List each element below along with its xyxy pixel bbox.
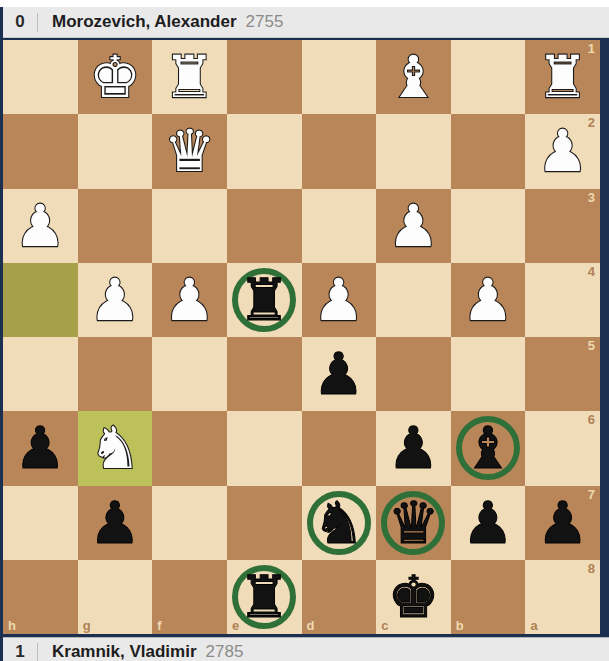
square-f8[interactable]: f <box>152 560 227 634</box>
black-pawn[interactable]: ♟ <box>313 345 365 403</box>
player-bottom-score: 1 <box>3 642 37 661</box>
square-a2[interactable]: ♟2 <box>525 114 600 188</box>
square-f5[interactable] <box>152 337 227 411</box>
square-f3[interactable] <box>152 189 227 263</box>
square-e4[interactable]: ♜ <box>227 263 302 337</box>
square-g7[interactable]: ♟ <box>78 486 153 560</box>
bar-separator <box>37 13 38 32</box>
square-e7[interactable] <box>227 486 302 560</box>
square-e5[interactable] <box>227 337 302 411</box>
white-knight[interactable]: ♞ <box>89 419 141 477</box>
square-h6[interactable]: ♟ <box>3 411 78 485</box>
black-king[interactable]: ♚ <box>387 568 439 626</box>
square-b1[interactable] <box>451 40 526 114</box>
square-h8[interactable]: h <box>3 560 78 634</box>
square-h3[interactable]: ♟ <box>3 189 78 263</box>
white-pawn[interactable]: ♟ <box>313 271 365 329</box>
square-c7[interactable]: ♛ <box>376 486 451 560</box>
white-pawn[interactable]: ♟ <box>537 122 589 180</box>
square-b7[interactable]: ♟ <box>451 486 526 560</box>
square-d2[interactable] <box>302 114 377 188</box>
square-b2[interactable] <box>451 114 526 188</box>
black-rook[interactable]: ♜ <box>238 271 290 329</box>
square-f4[interactable]: ♟ <box>152 263 227 337</box>
file-label-b: b <box>456 618 464 633</box>
square-b8[interactable]: b <box>451 560 526 634</box>
square-e2[interactable] <box>227 114 302 188</box>
square-d7[interactable]: ♞ <box>302 486 377 560</box>
rank-label-3: 3 <box>588 190 595 205</box>
square-h1[interactable] <box>3 40 78 114</box>
square-c2[interactable] <box>376 114 451 188</box>
square-a3[interactable]: 3 <box>525 189 600 263</box>
rank-label-6: 6 <box>588 412 595 427</box>
player-bar-bottom[interactable]: 1 Kramnik, Vladimir 2785 <box>3 637 609 661</box>
square-c3[interactable]: ♟ <box>376 189 451 263</box>
player-top-name: Morozevich, Alexander <box>52 12 237 32</box>
square-d8[interactable]: d <box>302 560 377 634</box>
player-top-rating: 2755 <box>246 12 284 32</box>
rank-label-2: 2 <box>588 115 595 130</box>
square-f1[interactable]: ♜ <box>152 40 227 114</box>
player-bar-top[interactable]: 0 Morozevich, Alexander 2755 <box>3 7 609 38</box>
square-h7[interactable] <box>3 486 78 560</box>
chess-board: ♚♜♝♜1♛♟2♟♟3♟♟♜♟♟4♟5♟♞♟♝6♟♞♛♟♟7hgf♜ed♚cba… <box>3 40 600 634</box>
file-label-h: h <box>8 618 16 633</box>
file-label-d: d <box>307 618 315 633</box>
player-bottom-name: Kramnik, Vladimir <box>52 642 197 661</box>
square-f2[interactable]: ♛ <box>152 114 227 188</box>
square-a4[interactable]: 4 <box>525 263 600 337</box>
square-h2[interactable] <box>3 114 78 188</box>
square-f7[interactable] <box>152 486 227 560</box>
square-e3[interactable] <box>227 189 302 263</box>
square-a5[interactable]: 5 <box>525 337 600 411</box>
white-pawn[interactable]: ♟ <box>14 197 66 255</box>
square-c4[interactable] <box>376 263 451 337</box>
square-g1[interactable]: ♚ <box>78 40 153 114</box>
file-label-g: g <box>83 618 91 633</box>
square-c1[interactable]: ♝ <box>376 40 451 114</box>
square-c6[interactable]: ♟ <box>376 411 451 485</box>
square-b5[interactable] <box>451 337 526 411</box>
file-label-a: a <box>530 618 537 633</box>
square-h4[interactable] <box>3 263 78 337</box>
square-a6[interactable]: 6 <box>525 411 600 485</box>
white-rook[interactable]: ♜ <box>537 48 589 106</box>
square-g2[interactable] <box>78 114 153 188</box>
square-a8[interactable]: a8 <box>525 560 600 634</box>
square-h5[interactable] <box>3 337 78 411</box>
square-e1[interactable] <box>227 40 302 114</box>
square-e6[interactable] <box>227 411 302 485</box>
square-d5[interactable]: ♟ <box>302 337 377 411</box>
bar-separator <box>37 643 38 661</box>
white-pawn[interactable]: ♟ <box>462 271 514 329</box>
square-d6[interactable] <box>302 411 377 485</box>
square-e8[interactable]: ♜e <box>227 560 302 634</box>
rank-label-7: 7 <box>588 487 595 502</box>
rank-label-1: 1 <box>588 41 595 56</box>
square-d4[interactable]: ♟ <box>302 263 377 337</box>
square-g6[interactable]: ♞ <box>78 411 153 485</box>
square-b3[interactable] <box>451 189 526 263</box>
black-pawn[interactable]: ♟ <box>462 494 514 552</box>
black-pawn[interactable]: ♟ <box>387 419 439 477</box>
square-c8[interactable]: ♚c <box>376 560 451 634</box>
white-pawn[interactable]: ♟ <box>387 197 439 255</box>
black-pawn[interactable]: ♟ <box>537 494 589 552</box>
black-pawn[interactable]: ♟ <box>14 419 66 477</box>
white-rook[interactable]: ♜ <box>164 48 216 106</box>
square-d3[interactable] <box>302 189 377 263</box>
player-bottom-rating: 2785 <box>206 642 244 661</box>
square-c5[interactable] <box>376 337 451 411</box>
square-b6[interactable]: ♝ <box>451 411 526 485</box>
square-a1[interactable]: ♜1 <box>525 40 600 114</box>
square-a7[interactable]: ♟7 <box>525 486 600 560</box>
white-pawn[interactable]: ♟ <box>89 271 141 329</box>
black-queen[interactable]: ♛ <box>387 494 439 552</box>
white-pawn[interactable]: ♟ <box>164 271 216 329</box>
white-bishop[interactable]: ♝ <box>387 48 439 106</box>
white-queen[interactable]: ♛ <box>164 122 216 180</box>
rank-label-8: 8 <box>588 561 595 576</box>
white-king[interactable]: ♚ <box>89 48 141 106</box>
square-f6[interactable] <box>152 411 227 485</box>
square-g8[interactable]: g <box>78 560 153 634</box>
rank-label-4: 4 <box>588 264 595 279</box>
square-b4[interactable]: ♟ <box>451 263 526 337</box>
square-g3[interactable] <box>78 189 153 263</box>
black-rook[interactable]: ♜ <box>238 568 290 626</box>
square-g4[interactable]: ♟ <box>78 263 153 337</box>
black-pawn[interactable]: ♟ <box>89 494 141 552</box>
black-bishop[interactable]: ♝ <box>462 419 514 477</box>
file-label-f: f <box>157 618 161 633</box>
window-top-strip <box>0 0 609 7</box>
square-d1[interactable] <box>302 40 377 114</box>
black-knight[interactable]: ♞ <box>313 494 365 552</box>
rank-label-5: 5 <box>588 338 595 353</box>
player-top-score: 0 <box>3 12 37 32</box>
square-g5[interactable] <box>78 337 153 411</box>
